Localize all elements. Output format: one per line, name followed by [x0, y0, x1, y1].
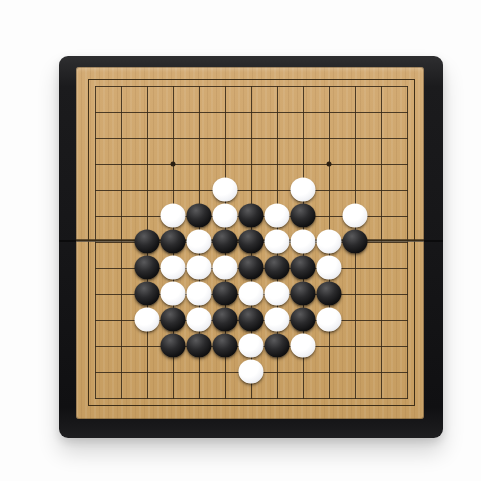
black-stone [291, 282, 316, 306]
black-stone [239, 256, 264, 280]
black-stone [343, 230, 368, 254]
black-stone [213, 308, 238, 332]
black-stone [213, 334, 238, 358]
grid-line [381, 86, 382, 399]
white-stone [239, 282, 264, 306]
grid-line [95, 398, 408, 399]
black-stone [161, 230, 186, 254]
black-stone [317, 282, 342, 306]
white-stone [265, 282, 290, 306]
white-stone [135, 308, 160, 332]
white-stone [317, 230, 342, 254]
star-point [171, 162, 176, 167]
white-stone [187, 308, 212, 332]
white-stone [213, 178, 238, 202]
white-stone [187, 230, 212, 254]
white-stone [161, 204, 186, 228]
white-stone [161, 256, 186, 280]
black-stone [161, 334, 186, 358]
white-stone [291, 334, 316, 358]
white-stone [317, 308, 342, 332]
star-point [327, 162, 332, 167]
product-photo-background [0, 0, 481, 481]
black-stone [239, 308, 264, 332]
black-stone [239, 230, 264, 254]
black-stone [291, 204, 316, 228]
white-stone [213, 256, 238, 280]
grid-line [407, 86, 408, 399]
black-stone [291, 308, 316, 332]
white-stone [265, 230, 290, 254]
black-stone [265, 334, 290, 358]
black-stone [135, 282, 160, 306]
black-stone [239, 204, 264, 228]
black-stone [161, 308, 186, 332]
white-stone [265, 308, 290, 332]
white-stone [187, 282, 212, 306]
white-stone [265, 204, 290, 228]
white-stone [161, 282, 186, 306]
white-stone [317, 256, 342, 280]
white-stone [291, 178, 316, 202]
black-stone [135, 256, 160, 280]
white-stone [291, 230, 316, 254]
black-stone [265, 256, 290, 280]
black-stone [213, 230, 238, 254]
black-stone [187, 334, 212, 358]
black-stone [135, 230, 160, 254]
white-stone [239, 360, 264, 384]
white-stone [239, 334, 264, 358]
black-stone [291, 256, 316, 280]
black-stone [187, 204, 212, 228]
white-stone [343, 204, 368, 228]
black-stone [213, 282, 238, 306]
white-stone [187, 256, 212, 280]
white-stone [213, 204, 238, 228]
